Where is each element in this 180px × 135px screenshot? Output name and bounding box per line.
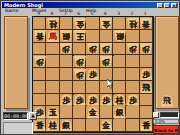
piece-black-r7c8[interactable]: 歩: [127, 94, 139, 106]
square-r5c8[interactable]: [126, 68, 139, 81]
square-r8c9[interactable]: [140, 106, 153, 119]
piece-black-r7c5[interactable]: 歩: [87, 94, 99, 106]
white-capture-tray: [4, 16, 28, 109]
square-r7c2[interactable]: [46, 94, 59, 107]
square-r8c3[interactable]: [60, 106, 73, 119]
square-r9c4[interactable]: [73, 119, 86, 132]
piece-black-r9c6[interactable]: 金: [100, 120, 112, 132]
square-r4c3[interactable]: [60, 55, 73, 68]
square-r6c5[interactable]: [86, 81, 99, 94]
square-r1c1[interactable]: [33, 17, 46, 30]
turn-indicator: Black to Move: [153, 125, 179, 134]
piece-black-r6c9[interactable]: 飛: [140, 82, 152, 94]
piece-black-r8c7[interactable]: 銀: [114, 107, 126, 119]
square-r7c1[interactable]: [33, 94, 46, 107]
square-r6c4[interactable]: [73, 81, 86, 94]
square-r4c9[interactable]: [140, 55, 153, 68]
piece-black-r7c4[interactable]: 歩: [74, 94, 86, 106]
piece-black-r2c2[interactable]: 馬: [47, 30, 59, 42]
left-info-panel: [3, 122, 33, 135]
piece-black-r7c3[interactable]: 歩: [60, 94, 72, 106]
square-r6c2[interactable]: [46, 81, 59, 94]
flip-board-button[interactable]: ▲: [29, 112, 37, 120]
piece-black-r5c9[interactable]: 歩: [140, 69, 152, 81]
square-r8c4[interactable]: [73, 106, 86, 119]
mouse-cursor: [107, 79, 115, 89]
menu-game[interactable]: Game: [5, 8, 18, 13]
piece-black-r7c6[interactable]: 歩: [100, 94, 112, 106]
piece-black-r7c7[interactable]: 桂: [114, 94, 126, 106]
square-r4c5[interactable]: [86, 55, 99, 68]
piece-black-r5c5[interactable]: 歩: [87, 69, 99, 81]
search-progress: 0.0%: [153, 119, 179, 124]
square-r5c2[interactable]: [46, 68, 59, 81]
square-r4c2[interactable]: [46, 55, 59, 68]
app-window: Modern Shogi _ □ x Game Moves SetUp Help…: [0, 0, 180, 135]
piece-black-r9c2[interactable]: 桂: [47, 120, 59, 132]
square-r9c5[interactable]: [86, 119, 99, 132]
white-clock-display: 00:00:00: [3, 112, 28, 120]
piece-black-r8c5[interactable]: 金: [87, 107, 99, 119]
piece-white-r1c8[interactable]: 桂: [127, 18, 139, 30]
black-capture-tray: 飛: [155, 16, 179, 109]
piece-black-r9c9[interactable]: 香: [140, 120, 152, 132]
square-r6c1[interactable]: [33, 81, 46, 94]
black-clock-button[interactable]: [153, 112, 159, 118]
star-point: [72, 93, 74, 95]
shogi-board: 桂金金桂香香馬銀王銀歩歩歩歩歩歩歩歩歩歩歩飛歩歩歩歩桂歩歩玉金銀香桂銀金香: [32, 16, 154, 133]
square-r8c8[interactable]: [126, 106, 139, 119]
star-point: [112, 93, 114, 95]
black-clock-display: [160, 112, 179, 118]
square-r3c4[interactable]: [73, 43, 86, 56]
piece-black-r9c3[interactable]: 銀: [60, 120, 72, 132]
captured-piece-0[interactable]: 飛: [161, 95, 173, 107]
square-r2c8[interactable]: [126, 30, 139, 43]
square-r1c3[interactable]: [60, 17, 73, 30]
square-r2c9[interactable]: [140, 30, 153, 43]
close-button[interactable]: x: [171, 3, 177, 8]
square-r9c7[interactable]: [113, 119, 126, 132]
square-r4c7[interactable]: [113, 55, 126, 68]
piece-black-r9c1[interactable]: 香: [34, 120, 46, 132]
maximize-button[interactable]: □: [164, 3, 170, 8]
square-r5c3[interactable]: [60, 68, 73, 81]
piece-white-r1c2[interactable]: 桂: [47, 18, 59, 30]
square-r2c5[interactable]: [86, 30, 99, 43]
square-r8c6[interactable]: [100, 106, 113, 119]
square-r6c3[interactable]: [60, 81, 73, 94]
square-r7c9[interactable]: [140, 94, 153, 107]
square-r3c1[interactable]: [33, 43, 46, 56]
minimize-button[interactable]: _: [157, 3, 163, 8]
square-r4c8[interactable]: [126, 55, 139, 68]
square-r3c7[interactable]: [113, 43, 126, 56]
square-r1c7[interactable]: [113, 17, 126, 30]
square-r2c6[interactable]: [100, 30, 113, 43]
square-r6c8[interactable]: [126, 81, 139, 94]
square-r3c2[interactable]: [46, 43, 59, 56]
square-r5c1[interactable]: [33, 68, 46, 81]
piece-black-r8c2[interactable]: 玉: [47, 107, 59, 119]
square-r9c8[interactable]: [126, 119, 139, 132]
square-r1c5[interactable]: [86, 17, 99, 30]
